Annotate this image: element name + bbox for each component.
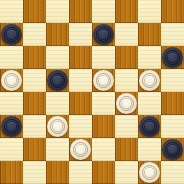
square-c6 [46, 46, 69, 69]
white-man-a5[interactable]: ⛀ [1, 70, 22, 91]
square-g2 [138, 138, 161, 161]
black-man-h6[interactable]: ⛂ [162, 47, 183, 68]
square-d3 [69, 115, 92, 138]
white-man-c3[interactable]: ⛀ [47, 116, 68, 137]
white-man-d2[interactable]: ⛀ [70, 139, 91, 160]
square-e3[interactable] [92, 115, 115, 138]
black-man-a3[interactable]: ⛂ [1, 116, 22, 137]
square-e7[interactable]: ⛂ [92, 23, 115, 46]
square-a8 [0, 0, 23, 23]
square-b4[interactable] [23, 92, 46, 115]
square-g8 [138, 0, 161, 23]
square-f8[interactable] [115, 0, 138, 23]
square-b7 [23, 23, 46, 46]
square-c3[interactable]: ⛀ [46, 115, 69, 138]
square-f6[interactable] [115, 46, 138, 69]
square-g3[interactable]: ⛂ [138, 115, 161, 138]
square-f3 [115, 115, 138, 138]
square-e4 [92, 92, 115, 115]
white-man-g1[interactable]: ⛀ [139, 162, 160, 183]
black-man-g3[interactable]: ⛂ [139, 116, 160, 137]
square-h8[interactable] [161, 0, 184, 23]
square-g4 [138, 92, 161, 115]
square-d1 [69, 161, 92, 184]
square-d8[interactable] [69, 0, 92, 23]
square-c7[interactable] [46, 23, 69, 46]
square-f2[interactable] [115, 138, 138, 161]
square-d2[interactable]: ⛀ [69, 138, 92, 161]
square-h7 [161, 23, 184, 46]
square-e1[interactable] [92, 161, 115, 184]
square-c4 [46, 92, 69, 115]
square-g6 [138, 46, 161, 69]
square-b8[interactable] [23, 0, 46, 23]
square-h3 [161, 115, 184, 138]
square-c2 [46, 138, 69, 161]
square-g7[interactable] [138, 23, 161, 46]
square-e6 [92, 46, 115, 69]
square-d4[interactable] [69, 92, 92, 115]
square-b1 [23, 161, 46, 184]
square-h4[interactable] [161, 92, 184, 115]
square-h6[interactable]: ⛂ [161, 46, 184, 69]
square-d5 [69, 69, 92, 92]
black-man-h2[interactable]: ⛂ [162, 139, 183, 160]
white-man-f4[interactable]: ⛀ [116, 93, 137, 114]
square-g1[interactable]: ⛀ [138, 161, 161, 184]
square-a7[interactable]: ⛂ [0, 23, 23, 46]
square-g5[interactable]: ⛀ [138, 69, 161, 92]
square-e5[interactable]: ⛀ [92, 69, 115, 92]
square-e2 [92, 138, 115, 161]
square-c8 [46, 0, 69, 23]
square-b6[interactable] [23, 46, 46, 69]
square-c5[interactable]: ⛂ [46, 69, 69, 92]
square-d6[interactable] [69, 46, 92, 69]
square-f4[interactable]: ⛀ [115, 92, 138, 115]
black-man-a7[interactable]: ⛂ [1, 24, 22, 45]
checkers-board: ⛂⛂⛂⛀⛂⛀⛀⛀⛂⛀⛂⛀⛂⛀ [0, 0, 184, 184]
square-b2[interactable] [23, 138, 46, 161]
square-c1[interactable] [46, 161, 69, 184]
square-b3 [23, 115, 46, 138]
square-a6 [0, 46, 23, 69]
square-h5 [161, 69, 184, 92]
square-a4 [0, 92, 23, 115]
square-a5[interactable]: ⛀ [0, 69, 23, 92]
square-h1 [161, 161, 184, 184]
square-a1[interactable] [0, 161, 23, 184]
black-man-c5[interactable]: ⛂ [47, 70, 68, 91]
square-e8 [92, 0, 115, 23]
square-a2 [0, 138, 23, 161]
white-man-e5[interactable]: ⛀ [93, 70, 114, 91]
square-f7 [115, 23, 138, 46]
square-b5 [23, 69, 46, 92]
square-a3[interactable]: ⛂ [0, 115, 23, 138]
square-h2[interactable]: ⛂ [161, 138, 184, 161]
white-man-g5[interactable]: ⛀ [139, 70, 160, 91]
square-d7 [69, 23, 92, 46]
square-f1 [115, 161, 138, 184]
black-man-e7[interactable]: ⛂ [93, 24, 114, 45]
square-f5 [115, 69, 138, 92]
